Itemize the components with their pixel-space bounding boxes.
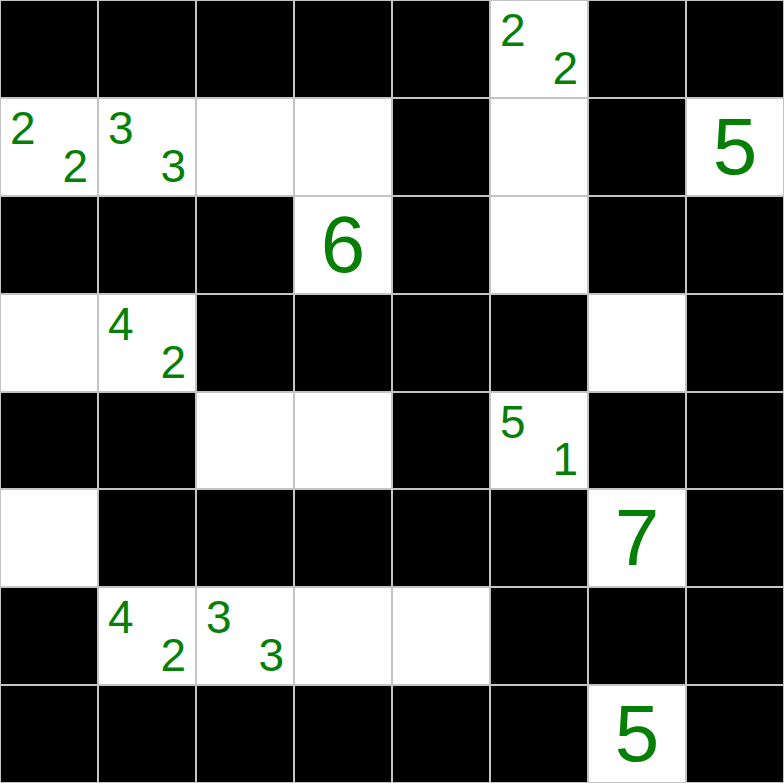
clue-top-left: 4 xyxy=(108,594,134,640)
cell-r5c8[interactable] xyxy=(686,392,784,490)
clue-bottom-right: 2 xyxy=(62,143,88,189)
cell-r5c4[interactable] xyxy=(294,392,392,490)
clue-bottom-right: 3 xyxy=(258,632,284,678)
clue-top-left: 4 xyxy=(108,301,134,347)
cell-r4c4[interactable] xyxy=(294,294,392,392)
cell-r5c1[interactable] xyxy=(0,392,98,490)
clue-top-left: 3 xyxy=(206,594,232,640)
cell-r3c4[interactable]: 6 xyxy=(294,196,392,294)
cell-r4c8[interactable] xyxy=(686,294,784,392)
cell-r1c8[interactable] xyxy=(686,0,784,98)
cell-r4c7[interactable] xyxy=(588,294,686,392)
cell-r3c7[interactable] xyxy=(588,196,686,294)
cell-r1c5[interactable] xyxy=(392,0,490,98)
cell-r6c8[interactable] xyxy=(686,489,784,587)
cell-r3c3[interactable] xyxy=(196,196,294,294)
cell-r2c6[interactable] xyxy=(490,98,588,196)
clue-bottom-right: 2 xyxy=(160,632,186,678)
clue-bottom-right: 2 xyxy=(552,45,578,91)
cell-r4c3[interactable] xyxy=(196,294,294,392)
number-center: 5 xyxy=(615,694,660,774)
cell-r1c3[interactable] xyxy=(196,0,294,98)
cell-r3c1[interactable] xyxy=(0,196,98,294)
clue-bottom-right: 2 xyxy=(160,339,186,385)
number-center: 7 xyxy=(615,498,660,578)
clue-top-left: 2 xyxy=(500,7,526,53)
cell-r3c8[interactable] xyxy=(686,196,784,294)
cell-r7c4[interactable] xyxy=(294,587,392,685)
clue-bottom-right: 1 xyxy=(552,436,578,482)
cell-r1c4[interactable] xyxy=(294,0,392,98)
cell-r6c2[interactable] xyxy=(98,489,196,587)
cell-r6c1[interactable] xyxy=(0,489,98,587)
clue-bottom-right: 3 xyxy=(160,143,186,189)
cell-r1c7[interactable] xyxy=(588,0,686,98)
cell-r7c2[interactable]: 42 xyxy=(98,587,196,685)
cell-r3c6[interactable] xyxy=(490,196,588,294)
clue-top-left: 2 xyxy=(10,105,36,151)
cell-r3c5[interactable] xyxy=(392,196,490,294)
cell-r6c4[interactable] xyxy=(294,489,392,587)
cell-r6c6[interactable] xyxy=(490,489,588,587)
cell-r5c7[interactable] xyxy=(588,392,686,490)
cell-r2c7[interactable] xyxy=(588,98,686,196)
cell-r4c5[interactable] xyxy=(392,294,490,392)
cell-r8c3[interactable] xyxy=(196,685,294,783)
cell-r4c2[interactable]: 42 xyxy=(98,294,196,392)
clue-top-left: 3 xyxy=(108,105,134,151)
cell-r6c3[interactable] xyxy=(196,489,294,587)
cell-r5c5[interactable] xyxy=(392,392,490,490)
cell-r6c5[interactable] xyxy=(392,489,490,587)
cell-r5c3[interactable] xyxy=(196,392,294,490)
number-center: 6 xyxy=(321,205,366,285)
cell-r8c5[interactable] xyxy=(392,685,490,783)
cell-r8c1[interactable] xyxy=(0,685,98,783)
cell-r1c1[interactable] xyxy=(0,0,98,98)
cell-r8c8[interactable] xyxy=(686,685,784,783)
cell-r7c5[interactable] xyxy=(392,587,490,685)
puzzle-board: 222233564251742335 xyxy=(0,0,784,783)
cell-r8c6[interactable] xyxy=(490,685,588,783)
cell-r5c6[interactable]: 51 xyxy=(490,392,588,490)
cell-r3c2[interactable] xyxy=(98,196,196,294)
cell-r2c4[interactable] xyxy=(294,98,392,196)
cell-r7c8[interactable] xyxy=(686,587,784,685)
cell-r7c3[interactable]: 33 xyxy=(196,587,294,685)
cell-r1c6[interactable]: 22 xyxy=(490,0,588,98)
cell-r2c2[interactable]: 33 xyxy=(98,98,196,196)
number-center: 5 xyxy=(713,107,758,187)
cell-r2c5[interactable] xyxy=(392,98,490,196)
cell-r6c7[interactable]: 7 xyxy=(588,489,686,587)
cell-r2c3[interactable] xyxy=(196,98,294,196)
cell-r2c8[interactable]: 5 xyxy=(686,98,784,196)
cell-r5c2[interactable] xyxy=(98,392,196,490)
cell-r8c7[interactable]: 5 xyxy=(588,685,686,783)
cell-r7c1[interactable] xyxy=(0,587,98,685)
cell-r2c1[interactable]: 22 xyxy=(0,98,98,196)
cell-r7c6[interactable] xyxy=(490,587,588,685)
cell-r4c6[interactable] xyxy=(490,294,588,392)
cell-r4c1[interactable] xyxy=(0,294,98,392)
cell-r8c4[interactable] xyxy=(294,685,392,783)
cell-r1c2[interactable] xyxy=(98,0,196,98)
cell-r8c2[interactable] xyxy=(98,685,196,783)
cell-r7c7[interactable] xyxy=(588,587,686,685)
clue-top-left: 5 xyxy=(500,399,526,445)
